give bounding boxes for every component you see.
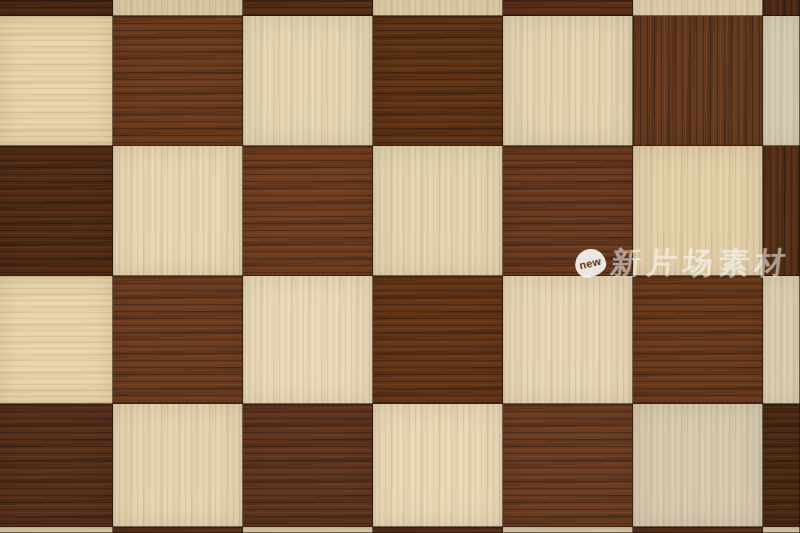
board-square (763, 404, 800, 527)
board-square (503, 527, 633, 533)
board-square (503, 276, 633, 404)
board-square (373, 0, 503, 16)
board-square (763, 146, 800, 276)
board-square (763, 16, 800, 146)
board-square (503, 16, 633, 146)
board-square (503, 404, 633, 527)
board-square (113, 527, 243, 533)
board-photo: new 新片场素材 (0, 0, 800, 533)
board-square (113, 16, 243, 146)
board-square (243, 527, 373, 533)
board-square (633, 16, 763, 146)
board-square (373, 527, 503, 533)
board-square (0, 276, 113, 404)
board-square (373, 146, 503, 276)
board-square (243, 404, 373, 527)
board-square (243, 0, 373, 16)
board-square (763, 527, 800, 533)
board-square (763, 0, 800, 16)
board-square (113, 276, 243, 404)
board-square (633, 0, 763, 16)
board-square (373, 276, 503, 404)
board-square (763, 276, 800, 404)
board-square (373, 16, 503, 146)
board-square (0, 146, 113, 276)
board-square (243, 276, 373, 404)
board-square (0, 16, 113, 146)
board-square (243, 146, 373, 276)
board-square (633, 527, 763, 533)
board-square (0, 0, 113, 16)
board-square (0, 527, 113, 533)
board-square (0, 404, 113, 527)
board-square (373, 404, 503, 527)
board-square (113, 404, 243, 527)
board-square (633, 276, 763, 404)
board-square (503, 0, 633, 16)
board-square (633, 404, 763, 527)
board-square (113, 146, 243, 276)
board-square (243, 16, 373, 146)
board-square (633, 146, 763, 276)
board-square (503, 146, 633, 276)
board-square (113, 0, 243, 16)
chessboard (0, 0, 800, 533)
